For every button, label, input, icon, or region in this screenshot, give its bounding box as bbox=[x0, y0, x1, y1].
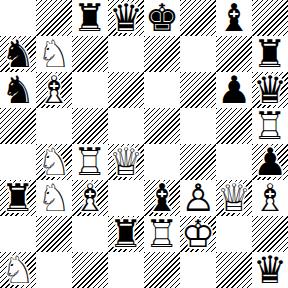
square-f2[interactable]: ♚♔ bbox=[180, 216, 216, 252]
white-knight[interactable]: ♞♘ bbox=[36, 144, 72, 180]
piece-glyph-fill: ♛ bbox=[253, 252, 287, 288]
white-knight[interactable]: ♞♘ bbox=[0, 252, 36, 288]
square-a2[interactable] bbox=[0, 216, 36, 252]
piece-glyph-fill: ♛ bbox=[109, 0, 143, 36]
piece-glyph-fill: ♝ bbox=[145, 180, 179, 216]
piece-glyph-outline: ♖ bbox=[145, 216, 179, 252]
black-queen[interactable]: ♛ bbox=[252, 72, 288, 108]
square-c8[interactable]: ♜ bbox=[72, 0, 108, 36]
white-queen[interactable]: ♛♕ bbox=[108, 144, 144, 180]
black-queen[interactable]: ♛ bbox=[252, 252, 288, 288]
black-rook[interactable]: ♜ bbox=[0, 180, 36, 216]
square-g5[interactable] bbox=[216, 108, 252, 144]
square-b6[interactable]: ♝♗ bbox=[36, 72, 72, 108]
square-h8[interactable] bbox=[252, 0, 288, 36]
white-king[interactable]: ♚♔ bbox=[180, 216, 216, 252]
chess-board: ♜♛♚♝♞♞♘♜♞♝♗♟♛♜♖♞♘♜♖♛♕♟♜♞♘♝♗♝♟♙♛♕♝♗♜♜♖♚♔♞… bbox=[0, 0, 288, 288]
square-b3[interactable]: ♞♘ bbox=[36, 180, 72, 216]
piece-glyph-outline: ♘ bbox=[37, 36, 71, 72]
square-d1[interactable] bbox=[108, 252, 144, 288]
square-f3[interactable]: ♟♙ bbox=[180, 180, 216, 216]
square-d2[interactable]: ♜ bbox=[108, 216, 144, 252]
piece-glyph-fill: ♟ bbox=[253, 144, 287, 180]
white-pawn[interactable]: ♟♙ bbox=[180, 180, 216, 216]
black-queen[interactable]: ♛ bbox=[108, 0, 144, 36]
black-bishop[interactable]: ♝ bbox=[216, 0, 252, 36]
piece-glyph-fill: ♜ bbox=[109, 216, 143, 252]
black-pawn[interactable]: ♟ bbox=[216, 72, 252, 108]
white-bishop[interactable]: ♝♗ bbox=[252, 180, 288, 216]
piece-glyph-fill: ♜ bbox=[253, 36, 287, 72]
square-b4[interactable]: ♞♘ bbox=[36, 144, 72, 180]
black-rook[interactable]: ♜ bbox=[252, 36, 288, 72]
piece-glyph-outline: ♕ bbox=[109, 144, 143, 180]
piece-glyph-fill: ♜ bbox=[73, 0, 107, 36]
white-rook[interactable]: ♜♖ bbox=[144, 216, 180, 252]
white-bishop[interactable]: ♝♗ bbox=[36, 72, 72, 108]
square-e2[interactable]: ♜♖ bbox=[144, 216, 180, 252]
square-c4[interactable]: ♜♖ bbox=[72, 144, 108, 180]
square-d4[interactable]: ♛♕ bbox=[108, 144, 144, 180]
square-e4[interactable] bbox=[144, 144, 180, 180]
white-knight[interactable]: ♞♘ bbox=[36, 36, 72, 72]
white-queen[interactable]: ♛♕ bbox=[216, 180, 252, 216]
square-g1[interactable] bbox=[216, 252, 252, 288]
square-a7[interactable]: ♞ bbox=[0, 36, 36, 72]
square-b8[interactable] bbox=[36, 0, 72, 36]
white-bishop[interactable]: ♝♗ bbox=[72, 180, 108, 216]
piece-glyph-outline: ♘ bbox=[1, 252, 35, 288]
piece-glyph-fill: ♝ bbox=[217, 0, 251, 36]
square-h3[interactable]: ♝♗ bbox=[252, 180, 288, 216]
square-h4[interactable]: ♟ bbox=[252, 144, 288, 180]
black-pawn[interactable]: ♟ bbox=[252, 144, 288, 180]
piece-glyph-fill: ♜ bbox=[1, 180, 35, 216]
piece-glyph-outline: ♕ bbox=[217, 180, 251, 216]
square-e3[interactable]: ♝ bbox=[144, 180, 180, 216]
square-d3[interactable] bbox=[108, 180, 144, 216]
square-a5[interactable] bbox=[0, 108, 36, 144]
square-e5[interactable] bbox=[144, 108, 180, 144]
piece-glyph-outline: ♗ bbox=[37, 72, 71, 108]
square-f7[interactable] bbox=[180, 36, 216, 72]
square-c2[interactable] bbox=[72, 216, 108, 252]
square-b2[interactable] bbox=[36, 216, 72, 252]
square-g2[interactable] bbox=[216, 216, 252, 252]
square-e6[interactable] bbox=[144, 72, 180, 108]
piece-glyph-fill: ♞ bbox=[1, 36, 35, 72]
piece-glyph-fill: ♛ bbox=[253, 72, 287, 108]
piece-glyph-outline: ♔ bbox=[181, 216, 215, 252]
piece-glyph-outline: ♖ bbox=[253, 108, 287, 144]
piece-glyph-outline: ♘ bbox=[37, 180, 71, 216]
square-a1[interactable]: ♞♘ bbox=[0, 252, 36, 288]
black-knight[interactable]: ♞ bbox=[0, 36, 36, 72]
square-g8[interactable]: ♝ bbox=[216, 0, 252, 36]
square-h2[interactable] bbox=[252, 216, 288, 252]
square-a6[interactable]: ♞ bbox=[0, 72, 36, 108]
square-e8[interactable]: ♚ bbox=[144, 0, 180, 36]
square-d6[interactable] bbox=[108, 72, 144, 108]
piece-glyph-fill: ♞ bbox=[1, 72, 35, 108]
square-f6[interactable] bbox=[180, 72, 216, 108]
black-king[interactable]: ♚ bbox=[144, 0, 180, 36]
square-a8[interactable] bbox=[0, 0, 36, 36]
square-h5[interactable]: ♜♖ bbox=[252, 108, 288, 144]
white-rook[interactable]: ♜♖ bbox=[252, 108, 288, 144]
piece-glyph-outline: ♖ bbox=[73, 144, 107, 180]
white-knight[interactable]: ♞♘ bbox=[36, 180, 72, 216]
square-f1[interactable] bbox=[180, 252, 216, 288]
square-c5[interactable] bbox=[72, 108, 108, 144]
square-b7[interactable]: ♞♘ bbox=[36, 36, 72, 72]
piece-glyph-outline: ♙ bbox=[181, 180, 215, 216]
black-rook[interactable]: ♜ bbox=[72, 0, 108, 36]
square-d5[interactable] bbox=[108, 108, 144, 144]
square-g4[interactable] bbox=[216, 144, 252, 180]
piece-glyph-outline: ♗ bbox=[73, 180, 107, 216]
square-h1[interactable]: ♛ bbox=[252, 252, 288, 288]
square-c1[interactable] bbox=[72, 252, 108, 288]
square-b5[interactable] bbox=[36, 108, 72, 144]
piece-glyph-fill: ♚ bbox=[145, 0, 179, 36]
black-knight[interactable]: ♞ bbox=[0, 72, 36, 108]
square-b1[interactable] bbox=[36, 252, 72, 288]
square-c7[interactable] bbox=[72, 36, 108, 72]
square-c3[interactable]: ♝♗ bbox=[72, 180, 108, 216]
square-d8[interactable]: ♛ bbox=[108, 0, 144, 36]
white-rook[interactable]: ♜♖ bbox=[72, 144, 108, 180]
square-h6[interactable]: ♛ bbox=[252, 72, 288, 108]
square-a4[interactable] bbox=[0, 144, 36, 180]
black-bishop[interactable]: ♝ bbox=[144, 180, 180, 216]
piece-glyph-outline: ♘ bbox=[37, 144, 71, 180]
square-f4[interactable] bbox=[180, 144, 216, 180]
square-f5[interactable] bbox=[180, 108, 216, 144]
square-d7[interactable] bbox=[108, 36, 144, 72]
square-c6[interactable] bbox=[72, 72, 108, 108]
square-f8[interactable] bbox=[180, 0, 216, 36]
square-a3[interactable]: ♜ bbox=[0, 180, 36, 216]
square-g3[interactable]: ♛♕ bbox=[216, 180, 252, 216]
piece-glyph-outline: ♗ bbox=[253, 180, 287, 216]
piece-glyph-fill: ♟ bbox=[217, 72, 251, 108]
square-h7[interactable]: ♜ bbox=[252, 36, 288, 72]
square-g7[interactable] bbox=[216, 36, 252, 72]
square-e7[interactable] bbox=[144, 36, 180, 72]
black-rook[interactable]: ♜ bbox=[108, 216, 144, 252]
square-e1[interactable] bbox=[144, 252, 180, 288]
square-g6[interactable]: ♟ bbox=[216, 72, 252, 108]
